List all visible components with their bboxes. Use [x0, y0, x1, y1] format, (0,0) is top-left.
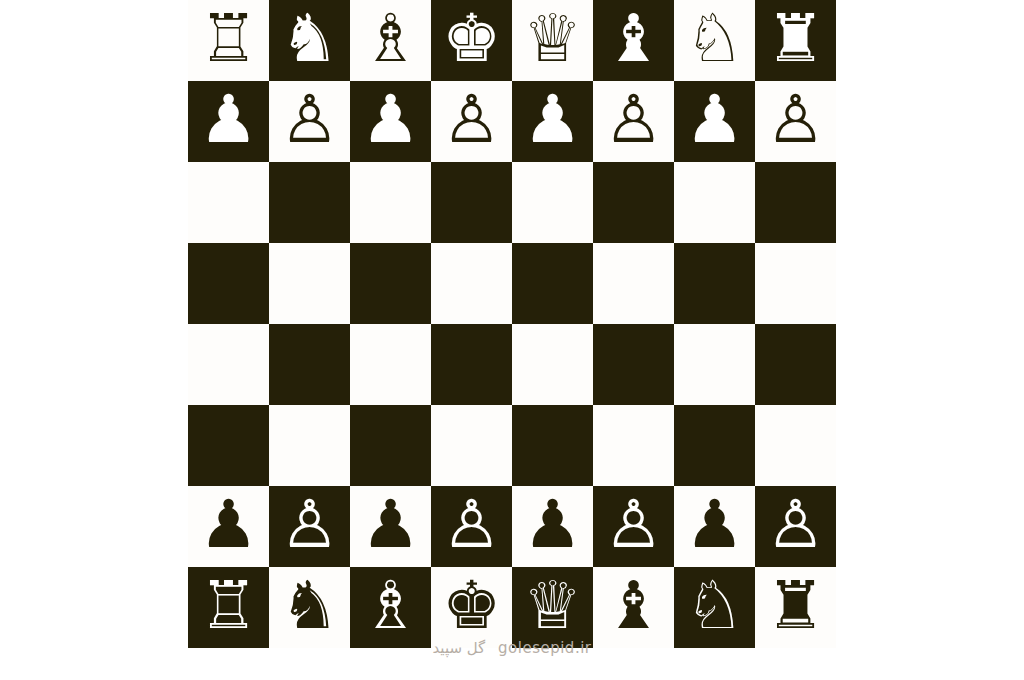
white-knight-piece: ♘: [685, 0, 744, 79]
square-a4: [188, 324, 269, 405]
square-f7: ♙: [593, 81, 674, 162]
white-pawn-piece: ♟: [199, 81, 258, 160]
black-pawn-piece: ♙: [442, 486, 501, 565]
square-d5: [431, 243, 512, 324]
white-rook-piece: ♜: [766, 0, 825, 79]
square-f8: ♝: [593, 0, 674, 81]
square-h2: ♙: [755, 486, 836, 567]
square-b6: [269, 162, 350, 243]
square-b1: ♞: [269, 567, 350, 648]
square-b2: ♙: [269, 486, 350, 567]
square-h8: ♜: [755, 0, 836, 81]
chess-diagram-image: ♖♞♗♚♕♝♘♜♟♙♟♙♟♙♟♙♟♙♟♙♟♙♟♙♖♞♗♚♕♝♘♜ گل سپید…: [0, 0, 1024, 680]
square-h7: ♙: [755, 81, 836, 162]
square-d7: ♙: [431, 81, 512, 162]
square-g8: ♘: [674, 0, 755, 81]
square-g5: [674, 243, 755, 324]
black-pawn-piece: ♙: [280, 486, 339, 565]
black-bishop-piece: ♝: [604, 567, 663, 646]
square-e8: ♕: [512, 0, 593, 81]
square-c8: ♗: [350, 0, 431, 81]
square-b7: ♙: [269, 81, 350, 162]
black-king-piece: ♚: [442, 567, 501, 646]
white-pawn-piece: ♙: [766, 81, 825, 160]
square-d8: ♚: [431, 0, 512, 81]
square-c1: ♗: [350, 567, 431, 648]
square-a6: [188, 162, 269, 243]
square-h4: [755, 324, 836, 405]
square-d6: [431, 162, 512, 243]
square-e7: ♟: [512, 81, 593, 162]
white-rook-piece: ♖: [199, 0, 258, 79]
square-b8: ♞: [269, 0, 350, 81]
square-h1: ♜: [755, 567, 836, 648]
white-king-piece: ♚: [442, 0, 501, 79]
square-g4: [674, 324, 755, 405]
square-c6: [350, 162, 431, 243]
square-f5: [593, 243, 674, 324]
white-pawn-piece: ♟: [523, 81, 582, 160]
square-f2: ♙: [593, 486, 674, 567]
square-d3: [431, 405, 512, 486]
black-knight-piece: ♞: [280, 567, 339, 646]
square-h6: [755, 162, 836, 243]
square-c4: [350, 324, 431, 405]
black-pawn-piece: ♙: [766, 486, 825, 565]
black-pawn-piece: ♟: [361, 486, 420, 565]
white-pawn-piece: ♟: [685, 81, 744, 160]
square-d2: ♙: [431, 486, 512, 567]
black-pawn-piece: ♟: [523, 486, 582, 565]
white-pawn-piece: ♙: [280, 81, 339, 160]
square-e6: [512, 162, 593, 243]
white-pawn-piece: ♙: [442, 81, 501, 160]
black-knight-piece: ♘: [685, 567, 744, 646]
square-f3: [593, 405, 674, 486]
watermark: گل سپید golesepid.ir: [0, 639, 1024, 661]
square-d4: [431, 324, 512, 405]
square-f6: [593, 162, 674, 243]
white-pawn-piece: ♙: [604, 81, 663, 160]
black-pawn-piece: ♟: [199, 486, 258, 565]
square-b5: [269, 243, 350, 324]
square-a3: [188, 405, 269, 486]
square-a1: ♖: [188, 567, 269, 648]
square-a5: [188, 243, 269, 324]
square-g1: ♘: [674, 567, 755, 648]
black-queen-piece: ♕: [523, 567, 582, 646]
white-bishop-piece: ♝: [604, 0, 663, 79]
square-g7: ♟: [674, 81, 755, 162]
black-pawn-piece: ♙: [604, 486, 663, 565]
white-pawn-piece: ♟: [361, 81, 420, 160]
black-bishop-piece: ♗: [361, 567, 420, 646]
square-a8: ♖: [188, 0, 269, 81]
square-c3: [350, 405, 431, 486]
square-g6: [674, 162, 755, 243]
square-d1: ♚: [431, 567, 512, 648]
white-knight-piece: ♞: [280, 0, 339, 79]
square-f4: [593, 324, 674, 405]
watermark-domain-text: golesepid.ir: [498, 639, 591, 657]
square-f1: ♝: [593, 567, 674, 648]
square-e3: [512, 405, 593, 486]
square-g2: ♟: [674, 486, 755, 567]
black-rook-piece: ♜: [766, 567, 825, 646]
black-rook-piece: ♖: [199, 567, 258, 646]
chess-board: ♖♞♗♚♕♝♘♜♟♙♟♙♟♙♟♙♟♙♟♙♟♙♟♙♖♞♗♚♕♝♘♜: [188, 0, 836, 648]
black-pawn-piece: ♟: [685, 486, 744, 565]
square-c7: ♟: [350, 81, 431, 162]
white-queen-piece: ♕: [523, 0, 582, 79]
square-a7: ♟: [188, 81, 269, 162]
white-bishop-piece: ♗: [361, 0, 420, 79]
square-h3: [755, 405, 836, 486]
square-a2: ♟: [188, 486, 269, 567]
square-h5: [755, 243, 836, 324]
square-e2: ♟: [512, 486, 593, 567]
square-g3: [674, 405, 755, 486]
square-b3: [269, 405, 350, 486]
square-e5: [512, 243, 593, 324]
square-e4: [512, 324, 593, 405]
square-c2: ♟: [350, 486, 431, 567]
square-b4: [269, 324, 350, 405]
square-e1: ♕: [512, 567, 593, 648]
square-c5: [350, 243, 431, 324]
watermark-persian-text: گل سپید: [433, 639, 486, 657]
